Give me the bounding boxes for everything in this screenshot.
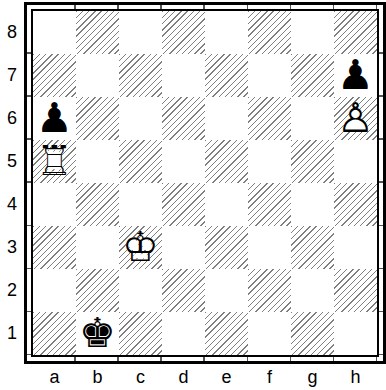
square-a2[interactable] <box>33 269 76 312</box>
square-g5[interactable] <box>291 140 334 183</box>
chess-diagram: 8 7 6 5 4 3 2 1 ♟♟♟♙♜♖♚♔♚ a b c d e f g … <box>0 0 386 390</box>
rank-label-2: 2 <box>0 269 24 312</box>
square-b6[interactable] <box>76 97 119 140</box>
square-f3[interactable] <box>248 226 291 269</box>
frame-ticks-bottom <box>33 357 377 361</box>
corner-spacer <box>0 364 24 390</box>
square-h4[interactable] <box>334 183 377 226</box>
square-e6[interactable] <box>205 97 248 140</box>
file-label-c: c <box>119 364 162 390</box>
file-label-h: h <box>334 364 377 390</box>
square-d8[interactable] <box>162 11 205 54</box>
square-c4[interactable] <box>119 183 162 226</box>
square-c2[interactable] <box>119 269 162 312</box>
square-f6[interactable] <box>248 97 291 140</box>
square-e4[interactable] <box>205 183 248 226</box>
square-b5[interactable] <box>76 140 119 183</box>
square-a6[interactable]: ♟ <box>33 97 76 140</box>
square-f5[interactable] <box>248 140 291 183</box>
rank-label-5: 5 <box>0 140 24 183</box>
square-d1[interactable] <box>162 312 205 355</box>
square-c1[interactable] <box>119 312 162 355</box>
square-g8[interactable] <box>291 11 334 54</box>
file-labels: a b c d e f g h <box>24 364 386 390</box>
white-rook[interactable]: ♖ <box>33 140 76 183</box>
square-a8[interactable] <box>33 11 76 54</box>
square-e7[interactable] <box>205 54 248 97</box>
rank-label-6: 6 <box>0 97 24 140</box>
black-pawn[interactable]: ♟ <box>33 97 76 140</box>
square-e8[interactable] <box>205 11 248 54</box>
square-b8[interactable] <box>76 11 119 54</box>
square-d2[interactable] <box>162 269 205 312</box>
black-king[interactable]: ♚ <box>76 312 119 355</box>
square-f1[interactable] <box>248 312 291 355</box>
square-g4[interactable] <box>291 183 334 226</box>
square-d4[interactable] <box>162 183 205 226</box>
square-g7[interactable] <box>291 54 334 97</box>
square-f8[interactable] <box>248 11 291 54</box>
rank-label-4: 4 <box>0 183 24 226</box>
rank-label-8: 8 <box>0 11 24 54</box>
square-c8[interactable] <box>119 11 162 54</box>
square-b7[interactable] <box>76 54 119 97</box>
square-c7[interactable] <box>119 54 162 97</box>
square-e5[interactable] <box>205 140 248 183</box>
square-b2[interactable] <box>76 269 119 312</box>
file-label-b: b <box>76 364 119 390</box>
square-h6[interactable]: ♟♙ <box>334 97 377 140</box>
square-a4[interactable] <box>33 183 76 226</box>
white-king[interactable]: ♔ <box>119 226 162 269</box>
file-label-d: d <box>162 364 205 390</box>
rank-label-7: 7 <box>0 54 24 97</box>
square-a5[interactable]: ♜♖ <box>33 140 76 183</box>
board-inner-border: ♟♟♟♙♜♖♚♔♚ <box>31 9 379 357</box>
rank-label-1: 1 <box>0 312 24 355</box>
black-pawn[interactable]: ♟ <box>334 54 377 97</box>
board: ♟♟♟♙♜♖♚♔♚ <box>33 11 377 355</box>
square-c6[interactable] <box>119 97 162 140</box>
square-f4[interactable] <box>248 183 291 226</box>
square-e3[interactable] <box>205 226 248 269</box>
file-label-e: e <box>205 364 248 390</box>
square-g2[interactable] <box>291 269 334 312</box>
square-g6[interactable] <box>291 97 334 140</box>
square-d5[interactable] <box>162 140 205 183</box>
square-h8[interactable] <box>334 11 377 54</box>
square-e2[interactable] <box>205 269 248 312</box>
square-f7[interactable] <box>248 54 291 97</box>
square-d6[interactable] <box>162 97 205 140</box>
square-a3[interactable] <box>33 226 76 269</box>
square-b4[interactable] <box>76 183 119 226</box>
square-c3[interactable]: ♚♔ <box>119 226 162 269</box>
frame-ticks-right <box>379 11 383 355</box>
square-f2[interactable] <box>248 269 291 312</box>
square-h7[interactable]: ♟ <box>334 54 377 97</box>
square-b3[interactable] <box>76 226 119 269</box>
board-frame: ♟♟♟♙♜♖♚♔♚ <box>24 2 386 364</box>
square-c5[interactable] <box>119 140 162 183</box>
square-g1[interactable] <box>291 312 334 355</box>
square-b1[interactable]: ♚ <box>76 312 119 355</box>
square-h3[interactable] <box>334 226 377 269</box>
square-a7[interactable] <box>33 54 76 97</box>
square-g3[interactable] <box>291 226 334 269</box>
square-h2[interactable] <box>334 269 377 312</box>
square-h5[interactable] <box>334 140 377 183</box>
square-h1[interactable] <box>334 312 377 355</box>
square-d3[interactable] <box>162 226 205 269</box>
rank-labels: 8 7 6 5 4 3 2 1 <box>0 2 24 364</box>
square-a1[interactable] <box>33 312 76 355</box>
rank-label-3: 3 <box>0 226 24 269</box>
white-pawn[interactable]: ♙ <box>334 97 377 140</box>
square-d7[interactable] <box>162 54 205 97</box>
file-label-a: a <box>33 364 76 390</box>
square-e1[interactable] <box>205 312 248 355</box>
file-label-f: f <box>248 364 291 390</box>
file-label-g: g <box>291 364 334 390</box>
